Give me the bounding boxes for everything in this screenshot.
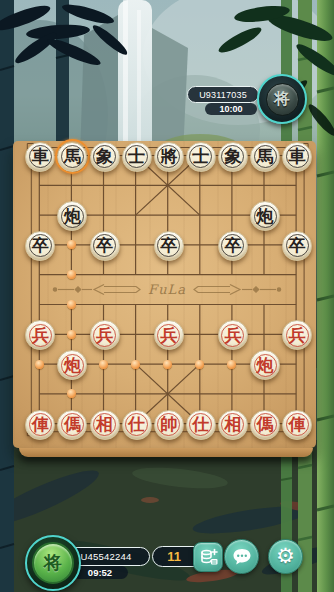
piece-g4[interactable]: 兵 [218,320,248,350]
piece-h10[interactable]: 馬 [250,142,280,172]
piece-glyph: 炮 [64,356,81,373]
chat-button[interactable] [224,539,259,574]
piece-glyph: 車 [32,148,49,165]
piece-f1[interactable]: 仕 [186,410,216,440]
piece-e7[interactable]: 卒 [154,231,184,261]
piece-glyph: 士 [192,148,209,165]
move-hint-b2[interactable] [67,389,76,398]
piece-glyph: 相 [224,416,241,433]
bottom-player-avatar: 将 [25,535,81,591]
piece-a4[interactable]: 兵 [25,320,55,350]
piece-glyph: 卒 [224,237,241,254]
top-player-clock: 10:00 [205,103,257,115]
piece-d10[interactable]: 士 [122,142,152,172]
piece-glyph: 象 [224,148,241,165]
piece-glyph: 炮 [64,207,81,224]
piece-glyph: 馬 [64,148,81,165]
piece-d1[interactable]: 仕 [122,410,152,440]
piece-glyph: 兵 [289,326,306,343]
piece-h3[interactable]: 炮 [250,350,280,380]
piece-i4[interactable]: 兵 [282,320,312,350]
piece-i7[interactable]: 卒 [282,231,312,261]
piece-c10[interactable]: 象 [90,142,120,172]
top-player-avatar: 将 [257,74,307,124]
piece-b8[interactable]: 炮 [57,201,87,231]
settings-button[interactable]: ⚙ [268,539,303,574]
piece-b1[interactable]: 傌 [57,410,87,440]
piece-glyph: 將 [160,148,177,165]
move-hint-b6[interactable] [67,270,76,279]
move-hint-f3[interactable] [195,360,204,369]
piece-e1[interactable]: 帥 [154,410,184,440]
top-player-name: U93117035 [187,86,259,103]
chat-bubble-icon [232,548,252,566]
piece-g1[interactable]: 相 [218,410,248,440]
board-front-edge [19,448,313,457]
piece-g10[interactable]: 象 [218,142,248,172]
piece-glyph: 兵 [96,326,113,343]
move-hint-d3[interactable] [131,360,140,369]
green-general-piece-icon: 将 [32,542,74,584]
piece-layer: 車馬象士將士象馬車炮炮卒卒卒卒卒兵兵兵兵兵炮炮俥傌相仕帥仕相傌俥 [13,141,316,448]
piece-glyph: 象 [96,148,113,165]
piece-glyph: 帥 [160,416,177,433]
piece-glyph: 兵 [224,326,241,343]
piece-c7[interactable]: 卒 [90,231,120,261]
piece-glyph: 士 [128,148,145,165]
add-coins-button[interactable] [193,542,223,572]
piece-glyph: 俥 [289,416,306,433]
piece-a10[interactable]: 車 [25,142,55,172]
piece-h1[interactable]: 傌 [250,410,280,440]
coin-stack-plus-icon [199,548,218,567]
xiangqi-board: FuLa 車馬象士將士象馬車炮炮卒卒卒卒卒兵兵兵兵兵炮炮俥傌相仕帥仕相傌俥 [13,141,316,448]
piece-e10[interactable]: 將 [154,142,184,172]
piece-glyph: 俥 [32,416,49,433]
piece-glyph: 相 [96,416,113,433]
piece-glyph: 炮 [257,356,274,373]
piece-c1[interactable]: 相 [90,410,120,440]
move-hint-c3[interactable] [99,360,108,369]
move-hint-b4[interactable] [67,330,76,339]
piece-glyph: 馬 [257,148,274,165]
piece-glyph: 卒 [96,237,113,254]
piece-glyph: 卒 [32,237,49,254]
piece-g7[interactable]: 卒 [218,231,248,261]
gear-icon: ⚙ [276,546,295,567]
piece-glyph: 車 [289,148,306,165]
piece-f10[interactable]: 士 [186,142,216,172]
piece-i10[interactable]: 車 [282,142,312,172]
piece-glyph: 仕 [192,416,209,433]
piece-i1[interactable]: 俥 [282,410,312,440]
move-hint-b5[interactable] [67,300,76,309]
piece-glyph: 卒 [160,237,177,254]
move-hint-e3[interactable] [163,360,172,369]
piece-glyph: 傌 [257,416,274,433]
piece-b10[interactable]: 馬 [57,142,87,172]
piece-glyph: 仕 [128,416,145,433]
piece-e4[interactable]: 兵 [154,320,184,350]
avatar-glyph: 将 [274,89,290,110]
piece-glyph: 傌 [64,416,81,433]
move-hint-g3[interactable] [227,360,236,369]
piece-c4[interactable]: 兵 [90,320,120,350]
move-hint-b7[interactable] [67,240,76,249]
piece-a1[interactable]: 俥 [25,410,55,440]
avatar-glyph: 将 [44,551,62,575]
black-general-piece-icon: 将 [266,83,299,116]
piece-glyph: 兵 [160,326,177,343]
piece-glyph: 炮 [257,207,274,224]
piece-a7[interactable]: 卒 [25,231,55,261]
move-hint-a3[interactable] [35,360,44,369]
piece-glyph: 兵 [32,326,49,343]
piece-glyph: 卒 [289,237,306,254]
piece-h8[interactable]: 炮 [250,201,280,231]
piece-b3[interactable]: 炮 [57,350,87,380]
